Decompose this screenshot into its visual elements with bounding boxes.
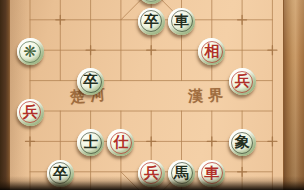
piece-red-soldier-e8[interactable]: 兵 bbox=[138, 160, 165, 187]
piece-glyph: 相 bbox=[204, 44, 219, 59]
table-edge-left bbox=[0, 0, 10, 190]
piece-glyph: 馬 bbox=[174, 166, 189, 181]
piece-glyph: 車 bbox=[174, 14, 189, 29]
piece-hidden-a4[interactable]: ❋ bbox=[17, 38, 44, 65]
piece-glyph: 士 bbox=[83, 135, 98, 150]
piece-glyph: 車 bbox=[204, 166, 219, 181]
piece-glyph: 仕 bbox=[113, 135, 128, 150]
piece-black-elephant-h7[interactable]: 象 bbox=[229, 129, 256, 156]
piece-glyph: 兵 bbox=[235, 74, 250, 89]
piece-glyph: 兵 bbox=[23, 105, 38, 120]
piece-red-soldier-a6[interactable]: 兵 bbox=[17, 99, 44, 126]
piece-black-soldier-e3[interactable]: 卒 bbox=[138, 8, 165, 35]
piece-red-chariot-g8[interactable]: 車 bbox=[198, 160, 225, 187]
piece-glyph: 象 bbox=[235, 135, 250, 150]
piece-glyph: ❋ bbox=[23, 44, 36, 60]
xiangqi-board-screenshot: 楚河 漢界 卒車❋相卒兵兵士仕象卒兵馬車 bbox=[0, 0, 304, 190]
river-label-right: 漢界 bbox=[188, 86, 229, 106]
piece-black-soldier-b8[interactable]: 卒 bbox=[47, 160, 74, 187]
board-frame-right bbox=[283, 0, 304, 190]
piece-red-soldier-h5[interactable]: 兵 bbox=[229, 68, 256, 95]
piece-black-chariot-f3[interactable]: 車 bbox=[168, 8, 195, 35]
piece-glyph: 卒 bbox=[53, 166, 68, 181]
piece-black-horse-f8[interactable]: 馬 bbox=[168, 160, 195, 187]
piece-glyph: 卒 bbox=[144, 14, 159, 29]
piece-glyph: 兵 bbox=[144, 166, 159, 181]
piece-glyph: 卒 bbox=[83, 74, 98, 89]
